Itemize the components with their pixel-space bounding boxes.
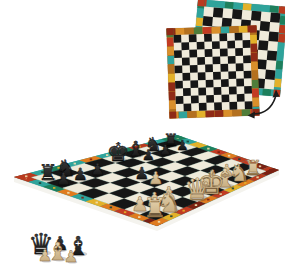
- corner-tile: [169, 112, 176, 119]
- tile-mark: [25, 175, 27, 177]
- corner-tile: [250, 25, 257, 32]
- board-cell: [229, 102, 237, 110]
- board-cell: [236, 79, 244, 87]
- border-tile: [261, 5, 270, 12]
- black-pawn: ♟: [176, 137, 188, 153]
- black-pawn: ♟: [73, 165, 88, 184]
- border-tile: [224, 110, 233, 117]
- board-cell: [232, 9, 242, 19]
- tile-mark: [269, 171, 271, 173]
- border-tile: [168, 65, 175, 74]
- border-tile: [167, 38, 174, 47]
- border-tile: [251, 53, 258, 62]
- board-cell: [191, 95, 199, 103]
- board-cell: [244, 71, 252, 79]
- border-tile: [239, 26, 248, 33]
- board-cell: [219, 33, 227, 41]
- border-tile: [279, 16, 285, 25]
- border-tile: [251, 62, 258, 71]
- border-tile: [194, 27, 203, 34]
- border-tile: [278, 34, 285, 43]
- board-cell: [197, 57, 205, 65]
- border-tile: [230, 26, 239, 33]
- board-cell: [229, 86, 237, 94]
- board-cell: [235, 48, 243, 56]
- corner-tile: [280, 7, 285, 14]
- board-cell: [199, 103, 207, 111]
- border-tile: [274, 79, 281, 88]
- border-tile: [169, 92, 176, 101]
- border-tile: [221, 26, 230, 33]
- tile-mark: [124, 211, 126, 213]
- border-tile: [275, 70, 282, 79]
- border-tile: [167, 56, 174, 65]
- inset-checkers-board: [166, 25, 259, 118]
- border-tile: [197, 111, 206, 118]
- board-cell: [189, 50, 197, 58]
- board-cell: [175, 65, 183, 73]
- board-cell: [206, 80, 214, 88]
- board-cell: [206, 95, 214, 103]
- border-tile: [270, 6, 279, 13]
- product-photo: ♜♟♞♟♝♟♚♜♞♟♟♟♜♟♞♟♟♟♝♚♛♟♟♞♟♜♛♟♝♝♟♟: [0, 0, 285, 264]
- board-cell: [197, 42, 205, 50]
- board-cell: [267, 51, 277, 61]
- board-cell: [176, 96, 184, 104]
- board-cell: [198, 72, 206, 80]
- border-tile: [252, 80, 259, 89]
- white-rook: ♜: [143, 193, 167, 223]
- board-cell: [182, 58, 190, 66]
- black-pawn: ♟: [142, 146, 155, 163]
- board-cell: [213, 72, 221, 80]
- border-tile: [234, 2, 243, 9]
- board-cell: [228, 71, 236, 79]
- board-cell: [235, 33, 243, 41]
- border-tile: [206, 110, 215, 117]
- board-cell: [182, 73, 190, 81]
- board-cell: [213, 7, 223, 17]
- captured-pieces: ♛♟♝♝♟♟: [28, 227, 90, 264]
- tile-mark: [138, 216, 140, 218]
- border-tile: [179, 111, 188, 118]
- border-tile: [185, 28, 194, 35]
- board-cell: [189, 34, 197, 42]
- black-king: ♚: [106, 137, 129, 167]
- tile-mark: [197, 144, 199, 146]
- main-board: ♜♟♞♟♝♟♚♜♞♟♟♟♜♟♞♟♟♟♝♚♛♟♟♞♟♜: [14, 130, 279, 231]
- border-tile: [252, 4, 261, 11]
- border-tile: [250, 35, 257, 44]
- board-cell: [212, 41, 220, 49]
- board-cell: [175, 81, 183, 89]
- board-cell: [190, 65, 198, 73]
- border-tile: [233, 109, 242, 116]
- tile-mark: [81, 197, 83, 199]
- white-queen: ♛: [183, 172, 210, 207]
- board-cell: [205, 64, 213, 72]
- board-cell: [244, 86, 252, 94]
- border-tile: [216, 1, 225, 8]
- border-tile: [225, 2, 234, 9]
- board-cell: [212, 56, 220, 64]
- border-tile: [168, 83, 175, 92]
- black-pawn: ♟: [159, 142, 172, 158]
- board-cell: [251, 11, 261, 21]
- tile-mark: [96, 202, 98, 204]
- border-tile: [169, 101, 176, 110]
- board-cell: [204, 34, 212, 42]
- border-tile: [203, 27, 212, 34]
- board-cell: [173, 35, 181, 43]
- border-tile: [197, 9, 204, 18]
- border-tile: [196, 17, 203, 26]
- tile-mark: [67, 192, 69, 194]
- border-tile: [251, 71, 258, 80]
- board-cell: [220, 64, 228, 72]
- board-cell: [236, 63, 244, 71]
- border-tile: [276, 52, 283, 61]
- board-cell: [268, 31, 278, 41]
- board-cell: [270, 12, 280, 22]
- border-tile: [252, 98, 259, 107]
- scene-svg: ♜♟♞♟♝♟♚♜♞♟♟♟♜♟♞♟♟♟♝♚♛♟♟♞♟♜♛♟♝♝♟♟: [0, 0, 285, 264]
- board-cell: [203, 16, 213, 26]
- board-cell: [174, 50, 182, 58]
- corner-tile: [198, 0, 205, 7]
- board-cell: [214, 102, 222, 110]
- board-cell: [243, 40, 251, 48]
- board-cell: [260, 21, 270, 31]
- border-tile: [188, 111, 197, 118]
- board-cell: [205, 49, 213, 57]
- tile-mark: [228, 155, 230, 157]
- board-cell: [221, 79, 229, 87]
- board-cell: [181, 42, 189, 50]
- board-cell: [221, 94, 229, 102]
- captured-white-pawn: ♟: [38, 246, 52, 264]
- captured-white-pawn: ♟: [64, 247, 78, 264]
- board-cell: [258, 40, 268, 50]
- border-tile: [252, 89, 259, 98]
- border-tile: [262, 88, 271, 95]
- board-cell: [214, 87, 222, 95]
- board-cell: [265, 70, 275, 80]
- tile-mark: [182, 210, 184, 212]
- border-tile: [207, 0, 216, 7]
- border-tile: [243, 3, 252, 10]
- board-cell: [183, 103, 191, 111]
- border-tile: [215, 110, 224, 117]
- board-cell: [227, 41, 235, 49]
- border-tile: [168, 74, 175, 83]
- black-pawn: ♟: [56, 169, 71, 189]
- border-tile: [176, 28, 185, 35]
- border-tile: [279, 25, 285, 34]
- border-tile: [250, 44, 257, 53]
- board-cell: [243, 55, 251, 63]
- board-cell: [183, 88, 191, 96]
- board-cell: [237, 94, 245, 102]
- board-cell: [220, 49, 228, 57]
- board-cell: [245, 101, 253, 109]
- tile-mark: [218, 151, 220, 153]
- border-tile: [277, 43, 284, 52]
- tile-mark: [207, 148, 209, 150]
- board-cell: [190, 80, 198, 88]
- board-cell: [228, 56, 236, 64]
- black-pawn: ♟: [90, 160, 105, 179]
- border-tile: [167, 47, 174, 56]
- border-tile: [212, 27, 221, 34]
- border-tile: [276, 61, 283, 70]
- corner-tile: [166, 28, 173, 35]
- board-cell: [198, 88, 206, 96]
- tile-mark: [110, 206, 112, 208]
